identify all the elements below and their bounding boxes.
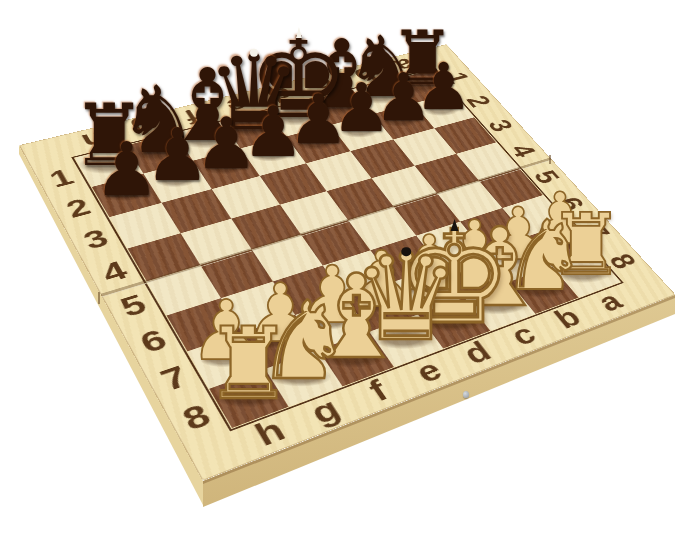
- label-rank-right-4: 4: [505, 142, 541, 160]
- hinge-screw: [463, 391, 469, 398]
- fold-seam-right-edge: [549, 155, 551, 164]
- piece-dark-pawn-h2[interactable]: ♟: [94, 132, 160, 206]
- label-rank-left-5: 5: [116, 290, 151, 321]
- chess-set-photo: 1234567812345678hgfedcbahgfedcba ♜♞♝♛♚♝♞…: [0, 0, 700, 544]
- dark-pawn-glyph: ♟: [94, 132, 160, 206]
- label-rank-left-4: 4: [97, 257, 131, 286]
- fold-seam-left-edge: [98, 292, 100, 304]
- label-rank-left-6: 6: [135, 325, 171, 357]
- label-rank-left-2: 2: [62, 195, 95, 222]
- label-rank-right-3: 3: [483, 117, 518, 134]
- piece-light-rook-h8[interactable]: ♜: [204, 313, 293, 412]
- light-rook-glyph: ♜: [204, 313, 293, 412]
- label-rank-left-3: 3: [79, 225, 112, 253]
- label-rank-left-7: 7: [156, 361, 193, 395]
